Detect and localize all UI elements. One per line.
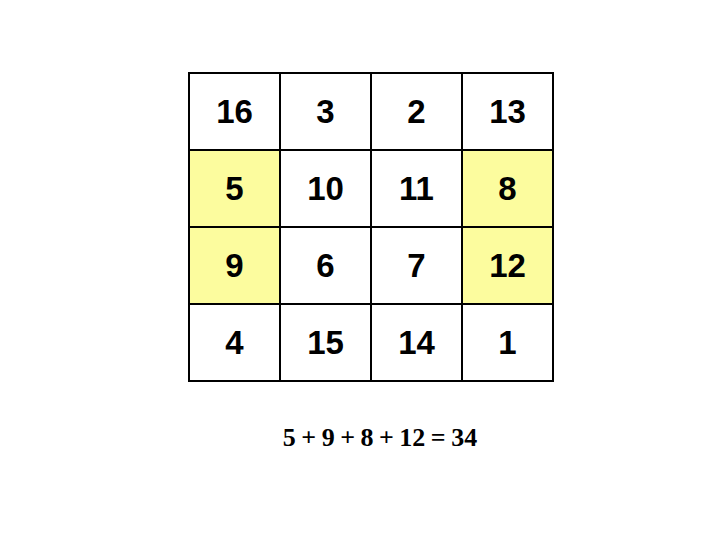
cell-r3c3: 7	[372, 228, 461, 303]
cell-r2c4: 8	[463, 151, 552, 226]
cell-r4c4: 1	[463, 305, 552, 380]
cell-r2c2: 10	[281, 151, 370, 226]
cell-r3c4: 12	[463, 228, 552, 303]
cell-r1c3: 2	[372, 74, 461, 149]
cell-r4c3: 14	[372, 305, 461, 380]
cell-r4c1: 4	[190, 305, 279, 380]
cell-r1c1: 16	[190, 74, 279, 149]
cell-r1c4: 13	[463, 74, 552, 149]
sum-equation: 5 + 9 + 8 + 12 = 34	[283, 423, 477, 453]
cell-r3c2: 6	[281, 228, 370, 303]
magic-square-board: 16321351011896712415141	[188, 72, 554, 382]
cell-r2c1: 5	[190, 151, 279, 226]
cell-r4c2: 15	[281, 305, 370, 380]
cell-r1c2: 3	[281, 74, 370, 149]
cell-r2c3: 11	[372, 151, 461, 226]
cell-r3c1: 9	[190, 228, 279, 303]
